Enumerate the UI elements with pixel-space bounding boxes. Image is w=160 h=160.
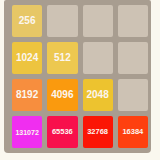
empty-cell-r2c3 bbox=[83, 42, 113, 74]
tile-8192: 8192 bbox=[12, 79, 42, 111]
tile-4096: 4096 bbox=[47, 79, 77, 111]
tile-512: 512 bbox=[47, 42, 77, 74]
tile-16384: 16384 bbox=[118, 116, 148, 148]
empty-cell-r1c2 bbox=[47, 5, 77, 37]
board-grid: 2561024512819240962048131072655363276816… bbox=[4, 0, 151, 153]
page: 2561024512819240962048131072655363276816… bbox=[0, 0, 160, 160]
empty-cell-r3c4 bbox=[118, 79, 148, 111]
game-board[interactable]: 2561024512819240962048131072655363276816… bbox=[4, 0, 151, 153]
empty-cell-r2c4 bbox=[118, 42, 148, 74]
empty-cell-r1c3 bbox=[83, 5, 113, 37]
tile-131072: 131072 bbox=[12, 116, 42, 148]
tile-256: 256 bbox=[12, 5, 42, 37]
tile-32768: 32768 bbox=[83, 116, 113, 148]
tile-65536: 65536 bbox=[47, 116, 77, 148]
empty-cell-r1c4 bbox=[118, 5, 148, 37]
tile-1024: 1024 bbox=[12, 42, 42, 74]
tile-2048: 2048 bbox=[83, 79, 113, 111]
